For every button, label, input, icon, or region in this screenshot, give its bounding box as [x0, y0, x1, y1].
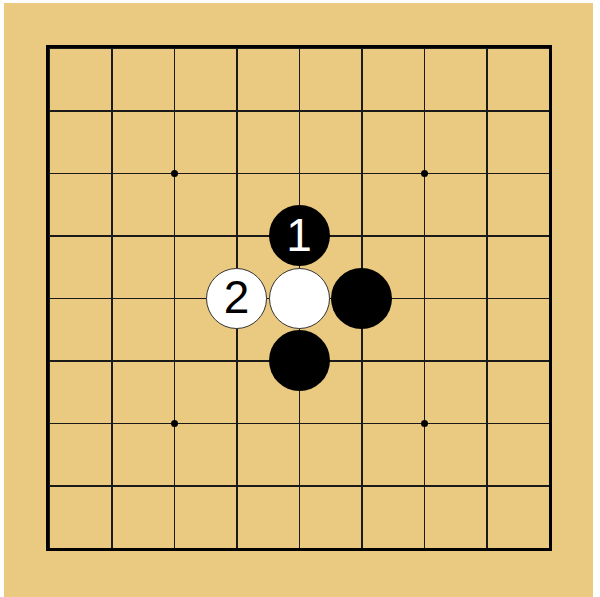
board-cell[interactable]	[393, 329, 456, 392]
board-cell[interactable]	[80, 267, 143, 330]
board-cell[interactable]	[330, 517, 393, 580]
board-cell[interactable]	[205, 517, 268, 580]
board-cell[interactable]	[18, 329, 81, 392]
board-cell[interactable]	[143, 454, 206, 517]
board-cell[interactable]	[18, 17, 81, 80]
board-cell[interactable]	[330, 267, 393, 330]
go-board: 12	[4, 3, 593, 597]
board-cell[interactable]	[518, 392, 581, 455]
board-cell[interactable]	[80, 204, 143, 267]
board-cell[interactable]	[455, 79, 518, 142]
board-cell[interactable]	[18, 392, 81, 455]
board-cell[interactable]	[205, 329, 268, 392]
white-stone	[269, 268, 330, 329]
board-cell[interactable]	[143, 204, 206, 267]
board-cell[interactable]	[455, 454, 518, 517]
board-cell[interactable]	[330, 204, 393, 267]
board-cell[interactable]	[268, 79, 331, 142]
board-cell[interactable]	[268, 329, 331, 392]
board-cell[interactable]	[268, 142, 331, 205]
board-cell[interactable]	[80, 454, 143, 517]
board-cell[interactable]	[80, 79, 143, 142]
board-cell[interactable]	[455, 142, 518, 205]
board-cell[interactable]	[143, 517, 206, 580]
go-board-grid: 12	[18, 17, 581, 580]
board-cell[interactable]	[518, 517, 581, 580]
board-cell[interactable]	[330, 17, 393, 80]
board-cell[interactable]: 1	[268, 204, 331, 267]
board-cell[interactable]	[518, 329, 581, 392]
board-cell[interactable]	[18, 79, 81, 142]
board-cell[interactable]	[80, 142, 143, 205]
board-cell[interactable]	[518, 17, 581, 80]
board-cell[interactable]	[330, 392, 393, 455]
board-cell[interactable]: 2	[205, 267, 268, 330]
board-cell[interactable]	[205, 17, 268, 80]
board-cell[interactable]	[455, 329, 518, 392]
board-cell[interactable]	[518, 267, 581, 330]
board-cell[interactable]	[143, 142, 206, 205]
board-cell[interactable]	[455, 204, 518, 267]
board-cell[interactable]	[18, 267, 81, 330]
board-cell[interactable]	[80, 517, 143, 580]
board-cell[interactable]	[143, 392, 206, 455]
board-cell[interactable]	[205, 454, 268, 517]
board-cell[interactable]	[18, 517, 81, 580]
board-cell[interactable]	[80, 17, 143, 80]
black-stone	[331, 268, 392, 329]
board-cell[interactable]	[18, 204, 81, 267]
board-cell[interactable]	[393, 204, 456, 267]
board-cell[interactable]	[330, 79, 393, 142]
board-cell[interactable]	[393, 392, 456, 455]
white-stone: 2	[206, 268, 267, 329]
black-stone: 1	[269, 205, 330, 266]
board-cell[interactable]	[18, 454, 81, 517]
page: 12	[0, 0, 600, 597]
board-cell[interactable]	[455, 517, 518, 580]
board-cell[interactable]	[393, 79, 456, 142]
board-cell[interactable]	[393, 267, 456, 330]
board-cell[interactable]	[455, 17, 518, 80]
board-cell[interactable]	[455, 267, 518, 330]
board-cell[interactable]	[393, 142, 456, 205]
board-cell[interactable]	[330, 142, 393, 205]
board-cell[interactable]	[205, 142, 268, 205]
board-cell[interactable]	[268, 454, 331, 517]
board-cell[interactable]	[80, 392, 143, 455]
board-cell[interactable]	[268, 17, 331, 80]
board-cell[interactable]	[518, 142, 581, 205]
board-cell[interactable]	[18, 142, 81, 205]
board-cell[interactable]	[330, 329, 393, 392]
board-cell[interactable]	[143, 79, 206, 142]
board-cell[interactable]	[518, 454, 581, 517]
board-cell[interactable]	[330, 454, 393, 517]
board-cell[interactable]	[268, 517, 331, 580]
board-cell[interactable]	[268, 392, 331, 455]
board-cell[interactable]	[268, 267, 331, 330]
board-cell[interactable]	[455, 392, 518, 455]
black-stone	[269, 330, 330, 391]
board-cell[interactable]	[205, 79, 268, 142]
board-cell[interactable]	[143, 267, 206, 330]
board-cell[interactable]	[143, 17, 206, 80]
board-cell[interactable]	[518, 204, 581, 267]
board-cell[interactable]	[205, 392, 268, 455]
board-cell[interactable]	[205, 204, 268, 267]
stone-label: 1	[286, 212, 312, 258]
board-cell[interactable]	[518, 79, 581, 142]
board-cell[interactable]	[143, 329, 206, 392]
board-cell[interactable]	[393, 17, 456, 80]
board-cell[interactable]	[80, 329, 143, 392]
stone-label: 2	[224, 274, 250, 320]
board-cell[interactable]	[393, 517, 456, 580]
board-cell[interactable]	[393, 454, 456, 517]
